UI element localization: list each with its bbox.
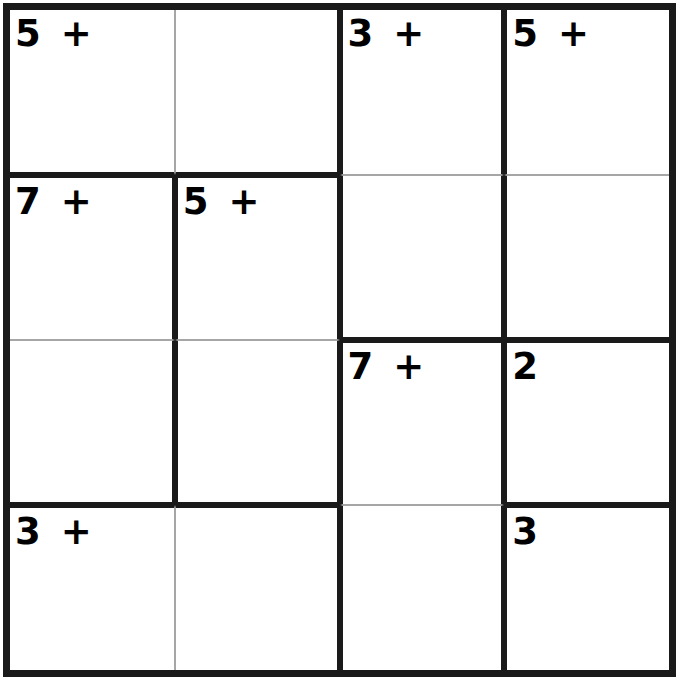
cell-r3c0[interactable]: 3 +: [10, 505, 175, 670]
kenken-board: 5 +3 +5 +7 +5 +7 +23 +3: [3, 3, 676, 677]
cell-r0c2[interactable]: 3 +: [340, 10, 505, 175]
cell-r3c1[interactable]: [175, 505, 340, 670]
cage-clue-G: 2: [512, 343, 539, 391]
cage-clue-B: 3 +: [348, 10, 426, 58]
cell-r0c1[interactable]: [175, 10, 340, 175]
cage-clue-C: 5 +: [512, 10, 590, 58]
cell-r1c0[interactable]: 7 +: [10, 175, 175, 340]
cage-clue-A: 5 +: [15, 10, 93, 58]
cage-clue-H: 3 +: [15, 508, 93, 556]
cell-r2c0[interactable]: [10, 340, 175, 505]
cell-r3c3[interactable]: 3: [504, 505, 669, 670]
cell-r3c2[interactable]: [340, 505, 505, 670]
cell-r1c1[interactable]: 5 +: [175, 175, 340, 340]
cell-r0c0[interactable]: 5 +: [10, 10, 175, 175]
cell-r1c2[interactable]: [340, 175, 505, 340]
cell-r2c1[interactable]: [175, 340, 340, 505]
cell-r1c3[interactable]: [504, 175, 669, 340]
cage-clue-F: 7 +: [348, 343, 426, 391]
cage-clue-I: 3: [512, 508, 539, 556]
cell-r2c2[interactable]: 7 +: [340, 340, 505, 505]
cage-clue-D: 7 +: [15, 178, 93, 226]
cell-r0c3[interactable]: 5 +: [504, 10, 669, 175]
cage-clue-E: 5 +: [183, 178, 261, 226]
cell-r2c3[interactable]: 2: [504, 340, 669, 505]
